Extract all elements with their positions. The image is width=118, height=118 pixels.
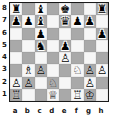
file-labels: a b c d e f g h [9, 102, 109, 116]
square-g6[interactable] [84, 28, 96, 40]
black-pawn-icon: ♟ [11, 15, 21, 27]
square-e4[interactable]: ♙ [59, 52, 71, 64]
square-d6[interactable] [47, 28, 59, 40]
square-c7[interactable]: ♝ [35, 15, 47, 27]
square-c3[interactable]: ♙ [35, 64, 47, 76]
square-e7[interactable]: ♛ [59, 15, 71, 27]
square-b7[interactable]: ♟ [22, 15, 34, 27]
file-label-c: c [34, 104, 46, 116]
square-e1[interactable] [59, 89, 71, 101]
rank-label-3: 3 [0, 63, 9, 75]
file-label-a: a [9, 104, 21, 116]
square-g3[interactable]: ♙ [84, 64, 96, 76]
chess-board: ♜♝♚♜♟♟♝♛♟♟♟♟♞♟♙♗♙♘♙♙♙♙♘♙♖♕♖♔ [9, 2, 109, 102]
square-c1[interactable] [35, 89, 47, 101]
rank-label-1: 1 [0, 88, 9, 100]
file-label-h: h [95, 104, 107, 116]
rank-label-5: 5 [0, 39, 9, 51]
rank-label-4: 4 [0, 51, 9, 63]
file-label-g: g [83, 104, 95, 116]
white-rook-icon: ♖ [72, 89, 82, 101]
black-pawn-icon: ♟ [35, 28, 45, 40]
file-label-d: d [46, 104, 58, 116]
square-b2[interactable]: ♙ [22, 77, 34, 89]
square-g2[interactable]: ♙ [84, 77, 96, 89]
rank-label-7: 7 [0, 14, 9, 26]
square-d4[interactable] [47, 52, 59, 64]
square-d8[interactable] [47, 3, 59, 15]
white-pawn-icon: ♙ [84, 77, 94, 89]
black-knight-icon: ♞ [35, 40, 45, 52]
white-knight-icon: ♘ [72, 64, 82, 76]
diagram-layout: 8 7 6 5 4 3 2 1 ♜♝♚♜♟♟♝♛♟♟♟♟♞♟♙♗♙♘♙♙♙♙♘♙… [0, 2, 109, 116]
square-a6[interactable] [10, 28, 22, 40]
square-f7[interactable]: ♟ [71, 15, 83, 27]
square-a4[interactable] [10, 52, 22, 64]
square-b3[interactable]: ♗ [22, 64, 34, 76]
square-a2[interactable]: ♙ [10, 77, 22, 89]
white-rook-icon: ♖ [11, 89, 21, 101]
rank-label-6: 6 [0, 27, 9, 39]
file-label-f: f [70, 104, 82, 116]
black-pawn-icon: ♟ [84, 15, 94, 27]
white-pawn-icon: ♙ [23, 77, 33, 89]
square-d3[interactable] [47, 64, 59, 76]
square-e3[interactable] [59, 64, 71, 76]
white-king-icon: ♔ [84, 89, 94, 101]
white-knight-icon: ♘ [48, 77, 58, 89]
black-queen-icon: ♛ [60, 15, 70, 27]
square-d5[interactable] [47, 40, 59, 52]
black-bishop-icon: ♝ [35, 15, 45, 27]
corner-spacer [0, 102, 9, 116]
square-c6[interactable]: ♟ [35, 28, 47, 40]
square-f6[interactable] [71, 28, 83, 40]
white-pawn-icon: ♙ [11, 77, 21, 89]
black-pawn-icon: ♟ [23, 15, 33, 27]
square-g7[interactable]: ♟ [84, 15, 96, 27]
square-h2[interactable] [96, 77, 108, 89]
rank-label-8: 8 [0, 2, 9, 14]
square-h5[interactable] [96, 40, 108, 52]
file-label-b: b [21, 104, 33, 116]
square-b5[interactable] [22, 40, 34, 52]
square-f5[interactable] [71, 40, 83, 52]
white-pawn-icon: ♙ [97, 64, 107, 76]
square-g5[interactable] [84, 40, 96, 52]
square-a1[interactable]: ♖ [10, 89, 22, 101]
square-h6[interactable]: ♟ [96, 28, 108, 40]
white-queen-icon: ♕ [48, 89, 58, 101]
square-c2[interactable] [35, 77, 47, 89]
square-a7[interactable]: ♟ [10, 15, 22, 27]
rank-label-2: 2 [0, 76, 9, 88]
white-bishop-icon: ♗ [23, 64, 33, 76]
square-d1[interactable]: ♕ [47, 89, 59, 101]
square-d7[interactable] [47, 15, 59, 27]
square-f3[interactable]: ♘ [71, 64, 83, 76]
square-e2[interactable] [59, 77, 71, 89]
square-h1[interactable] [96, 89, 108, 101]
white-pawn-icon: ♙ [60, 52, 70, 64]
white-pawn-icon: ♙ [35, 64, 45, 76]
square-g1[interactable]: ♔ [84, 89, 96, 101]
square-h8[interactable]: ♜ [96, 3, 108, 15]
square-h3[interactable]: ♙ [96, 64, 108, 76]
square-b1[interactable] [22, 89, 34, 101]
square-a3[interactable] [10, 64, 22, 76]
chess-diagram: 8 7 6 5 4 3 2 1 ♜♝♚♜♟♟♝♛♟♟♟♟♞♟♙♗♙♘♙♙♙♙♘♙… [0, 0, 118, 118]
black-pawn-icon: ♟ [72, 15, 82, 27]
white-pawn-icon: ♙ [84, 64, 94, 76]
file-label-e: e [58, 104, 70, 116]
square-h7[interactable] [96, 15, 108, 27]
square-c5[interactable]: ♞ [35, 40, 47, 52]
square-a5[interactable] [10, 40, 22, 52]
square-e6[interactable] [59, 28, 71, 40]
square-d2[interactable]: ♘ [47, 77, 59, 89]
square-f2[interactable] [71, 77, 83, 89]
black-rook-icon: ♜ [97, 3, 107, 15]
black-pawn-icon: ♟ [97, 28, 107, 40]
square-f1[interactable]: ♖ [71, 89, 83, 101]
rank-labels: 8 7 6 5 4 3 2 1 [0, 2, 9, 102]
square-b6[interactable] [22, 28, 34, 40]
